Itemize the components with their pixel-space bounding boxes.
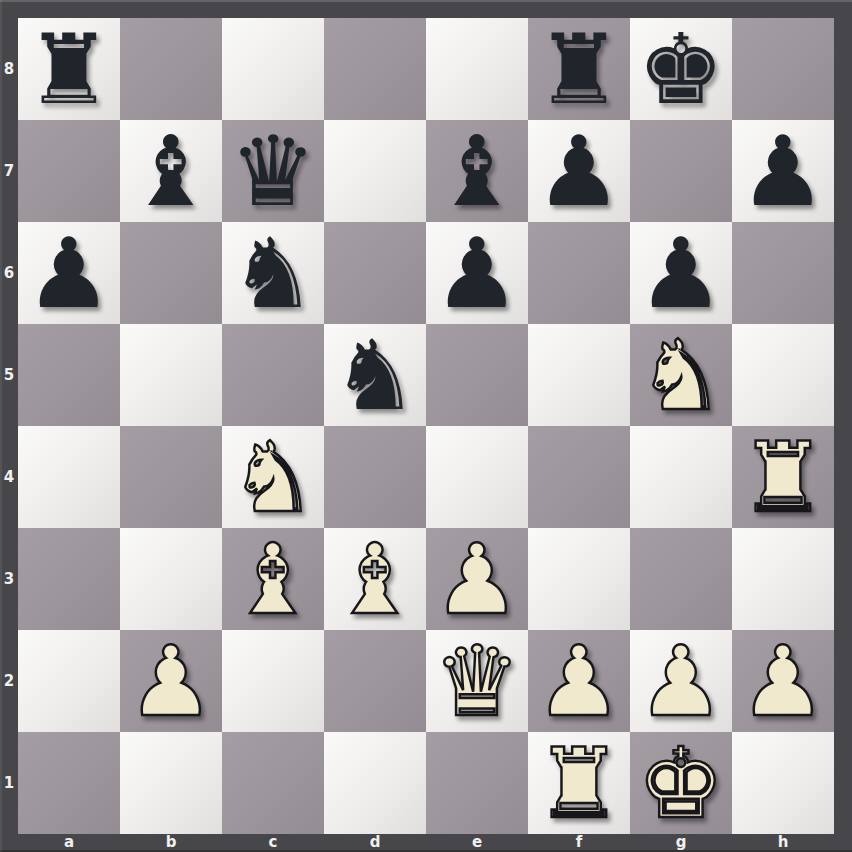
- piece-black-queen: ♛: [230, 123, 317, 220]
- square-c1[interactable]: [222, 732, 324, 834]
- piece-black-pawn: ♟: [740, 123, 827, 220]
- piece-black-rook: ♜: [26, 21, 113, 118]
- square-g7[interactable]: [630, 120, 732, 222]
- square-f4[interactable]: [528, 426, 630, 528]
- rank-label-4: 4: [0, 426, 18, 528]
- square-f7[interactable]: ♟: [528, 120, 630, 222]
- piece-white-bishop: ♝: [332, 531, 419, 628]
- square-e8[interactable]: [426, 18, 528, 120]
- square-h4[interactable]: ♜: [732, 426, 834, 528]
- square-e1[interactable]: [426, 732, 528, 834]
- piece-black-pawn: ♟: [536, 123, 623, 220]
- piece-white-king: ♚: [638, 735, 725, 832]
- square-b7[interactable]: ♝: [120, 120, 222, 222]
- piece-black-knight: ♞: [230, 225, 317, 322]
- file-label-h: h: [732, 833, 834, 851]
- square-a4[interactable]: [18, 426, 120, 528]
- square-g3[interactable]: [630, 528, 732, 630]
- piece-white-knight: ♞: [638, 327, 725, 424]
- piece-white-pawn: ♟: [638, 633, 725, 730]
- piece-white-knight: ♞: [230, 429, 317, 526]
- piece-white-queen: ♛: [434, 633, 521, 730]
- square-b2[interactable]: ♟: [120, 630, 222, 732]
- square-h5[interactable]: [732, 324, 834, 426]
- file-label-b: b: [120, 833, 222, 851]
- square-g4[interactable]: [630, 426, 732, 528]
- piece-black-bishop: ♝: [128, 123, 215, 220]
- rank-label-7: 7: [0, 120, 18, 222]
- piece-white-pawn: ♟: [740, 633, 827, 730]
- file-label-d: d: [324, 833, 426, 851]
- square-e7[interactable]: ♝: [426, 120, 528, 222]
- square-d4[interactable]: [324, 426, 426, 528]
- square-e3[interactable]: ♟: [426, 528, 528, 630]
- piece-white-pawn: ♟: [128, 633, 215, 730]
- square-d6[interactable]: [324, 222, 426, 324]
- piece-black-pawn: ♟: [26, 225, 113, 322]
- square-c4[interactable]: ♞: [222, 426, 324, 528]
- square-b1[interactable]: [120, 732, 222, 834]
- piece-white-rook: ♜: [740, 429, 827, 526]
- square-g2[interactable]: ♟: [630, 630, 732, 732]
- piece-black-rook: ♜: [536, 21, 623, 118]
- square-f3[interactable]: [528, 528, 630, 630]
- square-c6[interactable]: ♞: [222, 222, 324, 324]
- rank-label-8: 8: [0, 18, 18, 120]
- square-d7[interactable]: [324, 120, 426, 222]
- square-d1[interactable]: [324, 732, 426, 834]
- chess-board-frame: ♜♜♚♝♛♝♟♟♟♞♟♟♞♞♞♜♝♝♟♟♛♟♟♟♜♚ 87654321 abcd…: [0, 0, 852, 852]
- square-g8[interactable]: ♚: [630, 18, 732, 120]
- square-e4[interactable]: [426, 426, 528, 528]
- square-d5[interactable]: ♞: [324, 324, 426, 426]
- square-d3[interactable]: ♝: [324, 528, 426, 630]
- square-b6[interactable]: [120, 222, 222, 324]
- piece-black-knight: ♞: [332, 327, 419, 424]
- square-e5[interactable]: [426, 324, 528, 426]
- file-label-g: g: [630, 833, 732, 851]
- square-b4[interactable]: [120, 426, 222, 528]
- square-c3[interactable]: ♝: [222, 528, 324, 630]
- piece-white-rook: ♜: [536, 735, 623, 832]
- square-d2[interactable]: [324, 630, 426, 732]
- square-f5[interactable]: [528, 324, 630, 426]
- square-f2[interactable]: ♟: [528, 630, 630, 732]
- file-label-e: e: [426, 833, 528, 851]
- square-h8[interactable]: [732, 18, 834, 120]
- square-a3[interactable]: [18, 528, 120, 630]
- square-g5[interactable]: ♞: [630, 324, 732, 426]
- piece-white-pawn: ♟: [434, 531, 521, 628]
- square-a6[interactable]: ♟: [18, 222, 120, 324]
- rank-label-2: 2: [0, 630, 18, 732]
- square-a5[interactable]: [18, 324, 120, 426]
- square-g1[interactable]: ♚: [630, 732, 732, 834]
- square-h6[interactable]: [732, 222, 834, 324]
- square-b5[interactable]: [120, 324, 222, 426]
- file-label-f: f: [528, 833, 630, 851]
- chess-board: ♜♜♚♝♛♝♟♟♟♞♟♟♞♞♞♜♝♝♟♟♛♟♟♟♜♚: [18, 18, 834, 834]
- square-e6[interactable]: ♟: [426, 222, 528, 324]
- file-label-a: a: [18, 833, 120, 851]
- square-a1[interactable]: [18, 732, 120, 834]
- square-c7[interactable]: ♛: [222, 120, 324, 222]
- square-a7[interactable]: [18, 120, 120, 222]
- piece-white-bishop: ♝: [230, 531, 317, 628]
- square-b3[interactable]: [120, 528, 222, 630]
- rank-label-3: 3: [0, 528, 18, 630]
- square-a2[interactable]: [18, 630, 120, 732]
- piece-white-pawn: ♟: [536, 633, 623, 730]
- rank-label-5: 5: [0, 324, 18, 426]
- square-a8[interactable]: ♜: [18, 18, 120, 120]
- square-d8[interactable]: [324, 18, 426, 120]
- square-f1[interactable]: ♜: [528, 732, 630, 834]
- square-h1[interactable]: [732, 732, 834, 834]
- piece-black-pawn: ♟: [434, 225, 521, 322]
- square-e2[interactable]: ♛: [426, 630, 528, 732]
- piece-black-bishop: ♝: [434, 123, 521, 220]
- square-h3[interactable]: [732, 528, 834, 630]
- rank-label-6: 6: [0, 222, 18, 324]
- square-c5[interactable]: [222, 324, 324, 426]
- rank-label-1: 1: [0, 732, 18, 834]
- square-h7[interactable]: ♟: [732, 120, 834, 222]
- square-f6[interactable]: [528, 222, 630, 324]
- square-b8[interactable]: [120, 18, 222, 120]
- square-c2[interactable]: [222, 630, 324, 732]
- square-h2[interactable]: ♟: [732, 630, 834, 732]
- file-label-c: c: [222, 833, 324, 851]
- square-c8[interactable]: [222, 18, 324, 120]
- piece-black-king: ♚: [638, 21, 725, 118]
- square-g6[interactable]: ♟: [630, 222, 732, 324]
- piece-black-pawn: ♟: [638, 225, 725, 322]
- square-f8[interactable]: ♜: [528, 18, 630, 120]
